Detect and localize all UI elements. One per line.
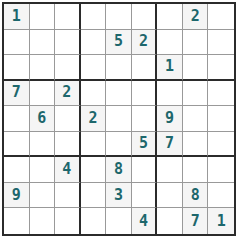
cell-r6c7[interactable]: 7 <box>157 132 183 158</box>
cell-r8c6[interactable] <box>132 183 158 209</box>
cell-r4c5[interactable] <box>106 81 132 107</box>
cell-r4c1[interactable]: 7 <box>4 81 30 107</box>
cell-r8c8[interactable]: 8 <box>183 183 209 209</box>
cell-r8c9[interactable] <box>208 183 234 209</box>
cell-r9c7[interactable] <box>157 208 183 234</box>
cell-r6c2[interactable] <box>30 132 56 158</box>
cell-r6c4[interactable] <box>81 132 107 158</box>
cell-r7c1[interactable] <box>4 157 30 183</box>
cell-r3c1[interactable] <box>4 55 30 81</box>
cell-r8c7[interactable] <box>157 183 183 209</box>
cell-r1c9[interactable] <box>208 4 234 30</box>
cell-r1c3[interactable] <box>55 4 81 30</box>
cell-r9c4[interactable] <box>81 208 107 234</box>
cell-r6c8[interactable] <box>183 132 209 158</box>
cell-r4c2[interactable] <box>30 81 56 107</box>
cell-r6c3[interactable] <box>55 132 81 158</box>
cell-r5c4[interactable]: 2 <box>81 106 107 132</box>
cell-r2c3[interactable] <box>55 30 81 56</box>
cell-r3c2[interactable] <box>30 55 56 81</box>
cell-r9c5[interactable] <box>106 208 132 234</box>
cell-r6c1[interactable] <box>4 132 30 158</box>
cell-r5c9[interactable] <box>208 106 234 132</box>
cell-r8c4[interactable] <box>81 183 107 209</box>
cell-r4c4[interactable] <box>81 81 107 107</box>
cell-r3c5[interactable] <box>106 55 132 81</box>
cell-r2c4[interactable] <box>81 30 107 56</box>
cell-r9c1[interactable] <box>4 208 30 234</box>
cell-r7c7[interactable] <box>157 157 183 183</box>
cell-r2c9[interactable] <box>208 30 234 56</box>
cell-r6c5[interactable] <box>106 132 132 158</box>
cell-r5c1[interactable] <box>4 106 30 132</box>
cell-r3c7[interactable]: 1 <box>157 55 183 81</box>
sudoku-board: 12521726295748938471 <box>2 2 236 236</box>
cell-r9c9[interactable]: 1 <box>208 208 234 234</box>
cell-r6c9[interactable] <box>208 132 234 158</box>
cell-r4c7[interactable] <box>157 81 183 107</box>
cell-r1c1[interactable]: 1 <box>4 4 30 30</box>
cell-r3c9[interactable] <box>208 55 234 81</box>
cell-r2c2[interactable] <box>30 30 56 56</box>
cell-r8c2[interactable] <box>30 183 56 209</box>
cell-r5c8[interactable] <box>183 106 209 132</box>
cell-r4c9[interactable] <box>208 81 234 107</box>
cell-r9c8[interactable]: 7 <box>183 208 209 234</box>
cell-r4c3[interactable]: 2 <box>55 81 81 107</box>
cell-r5c5[interactable] <box>106 106 132 132</box>
cell-r9c6[interactable]: 4 <box>132 208 158 234</box>
cell-r7c4[interactable] <box>81 157 107 183</box>
cell-r5c6[interactable] <box>132 106 158 132</box>
cell-r8c5[interactable]: 3 <box>106 183 132 209</box>
cell-r8c3[interactable] <box>55 183 81 209</box>
cell-r8c1[interactable]: 9 <box>4 183 30 209</box>
cell-r2c5[interactable]: 5 <box>106 30 132 56</box>
sudoku-page: 12521726295748938471 <box>0 0 240 240</box>
cell-r5c7[interactable]: 9 <box>157 106 183 132</box>
cell-r1c6[interactable] <box>132 4 158 30</box>
cell-r3c4[interactable] <box>81 55 107 81</box>
cell-r1c2[interactable] <box>30 4 56 30</box>
cell-r2c8[interactable] <box>183 30 209 56</box>
cell-r4c6[interactable] <box>132 81 158 107</box>
cell-r5c2[interactable]: 6 <box>30 106 56 132</box>
cell-r1c4[interactable] <box>81 4 107 30</box>
cell-r3c3[interactable] <box>55 55 81 81</box>
cell-r7c5[interactable]: 8 <box>106 157 132 183</box>
cell-r7c6[interactable] <box>132 157 158 183</box>
cell-r1c7[interactable] <box>157 4 183 30</box>
cell-r1c8[interactable]: 2 <box>183 4 209 30</box>
cell-r7c3[interactable]: 4 <box>55 157 81 183</box>
cell-r2c7[interactable] <box>157 30 183 56</box>
cell-r9c2[interactable] <box>30 208 56 234</box>
cell-r4c8[interactable] <box>183 81 209 107</box>
cell-r2c1[interactable] <box>4 30 30 56</box>
cell-r2c6[interactable]: 2 <box>132 30 158 56</box>
cell-r9c3[interactable] <box>55 208 81 234</box>
cell-r5c3[interactable] <box>55 106 81 132</box>
cell-r3c8[interactable] <box>183 55 209 81</box>
cell-r7c9[interactable] <box>208 157 234 183</box>
cell-r3c6[interactable] <box>132 55 158 81</box>
cell-r7c2[interactable] <box>30 157 56 183</box>
cell-r7c8[interactable] <box>183 157 209 183</box>
cell-r6c6[interactable]: 5 <box>132 132 158 158</box>
cell-r1c5[interactable] <box>106 4 132 30</box>
